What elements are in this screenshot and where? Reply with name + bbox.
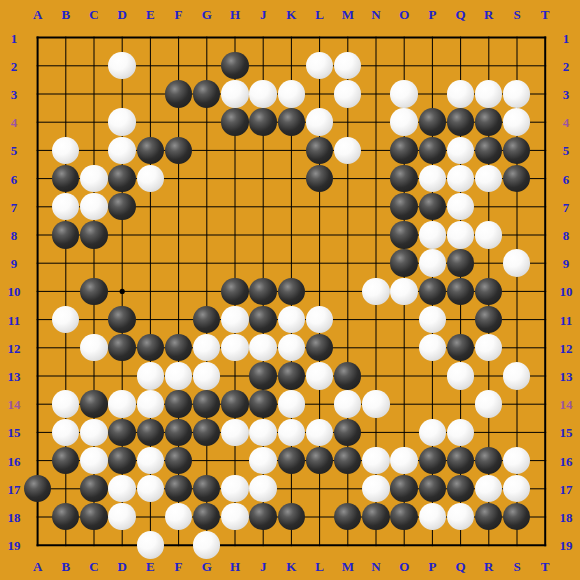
column-label-bottom-T: T [541,560,550,573]
row-label-left-11: 11 [8,313,20,326]
column-label-top-H: H [230,8,240,21]
stone-white-E13 [137,362,164,389]
row-label-right-11: 11 [560,313,572,326]
row-label-right-7: 7 [563,200,570,213]
stone-white-Q18 [447,503,474,530]
stone-black-J14 [249,390,276,417]
stone-white-Q3 [447,80,474,107]
stone-black-L6 [306,165,333,192]
stone-black-F14 [165,390,192,417]
stone-white-P18 [419,503,446,530]
stone-black-B8 [52,221,79,248]
stone-black-R5 [475,137,502,164]
row-label-left-2: 2 [11,59,18,72]
stone-white-S9 [503,249,530,276]
stone-white-D5 [108,137,135,164]
row-label-right-2: 2 [563,59,570,72]
stone-white-K3 [278,80,305,107]
stone-black-H10 [221,278,248,305]
stone-black-Q12 [447,334,474,361]
column-label-bottom-G: G [202,560,212,573]
stone-white-C15 [80,419,107,446]
stone-white-K14 [278,390,305,417]
stone-black-P16 [419,447,446,474]
row-label-right-12: 12 [560,341,573,354]
stone-black-D6 [108,165,135,192]
stone-black-J10 [249,278,276,305]
stone-white-J15 [249,419,276,446]
stone-black-S18 [503,503,530,530]
row-label-right-9: 9 [563,257,570,270]
column-label-top-E: E [146,8,155,21]
row-label-left-1: 1 [11,31,18,44]
row-label-right-8: 8 [563,229,570,242]
column-label-bottom-C: C [89,560,98,573]
column-label-top-P: P [428,8,436,21]
stone-black-G3 [193,80,220,107]
stone-black-Q9 [447,249,474,276]
stone-white-R8 [475,221,502,248]
stone-black-F17 [165,475,192,502]
stone-white-B15 [52,419,79,446]
stone-black-H2 [221,52,248,79]
stone-white-J17 [249,475,276,502]
stone-white-G13 [193,362,220,389]
row-label-right-19: 19 [560,539,573,552]
stone-black-G11 [193,306,220,333]
stone-black-G15 [193,419,220,446]
column-label-top-L: L [315,8,324,21]
stone-black-R10 [475,278,502,305]
stone-white-O16 [390,447,417,474]
stone-white-N17 [362,475,389,502]
stone-white-G12 [193,334,220,361]
stone-black-O9 [390,249,417,276]
stone-white-H17 [221,475,248,502]
stone-black-P17 [419,475,446,502]
row-label-left-8: 8 [11,229,18,242]
stone-white-D2 [108,52,135,79]
stone-black-C10 [80,278,107,305]
row-label-right-6: 6 [563,172,570,185]
row-label-right-15: 15 [560,426,573,439]
row-label-left-15: 15 [8,426,21,439]
stone-black-E12 [137,334,164,361]
stone-black-M13 [334,362,361,389]
stone-white-L11 [306,306,333,333]
stone-black-G14 [193,390,220,417]
stone-black-C18 [80,503,107,530]
stone-white-D18 [108,503,135,530]
column-label-bottom-B: B [61,560,70,573]
stone-white-J3 [249,80,276,107]
row-label-left-16: 16 [8,454,21,467]
stone-black-O18 [390,503,417,530]
row-label-left-6: 6 [11,172,18,185]
stone-white-D14 [108,390,135,417]
stone-white-L15 [306,419,333,446]
row-label-right-4: 4 [563,116,570,129]
stone-white-C12 [80,334,107,361]
stone-white-L4 [306,108,333,135]
column-label-bottom-A: A [33,560,42,573]
stone-white-H18 [221,503,248,530]
stone-black-B6 [52,165,79,192]
stone-white-S17 [503,475,530,502]
stone-white-Q15 [447,419,474,446]
stone-black-K18 [278,503,305,530]
stone-white-J12 [249,334,276,361]
stone-black-D7 [108,193,135,220]
stone-black-J18 [249,503,276,530]
stone-black-Q10 [447,278,474,305]
stone-white-F18 [165,503,192,530]
column-label-top-R: R [484,8,493,21]
stone-black-M15 [334,419,361,446]
column-label-bottom-E: E [146,560,155,573]
stone-black-C14 [80,390,107,417]
stone-black-O6 [390,165,417,192]
row-label-right-17: 17 [560,482,573,495]
stone-white-P15 [419,419,446,446]
row-label-right-5: 5 [563,144,570,157]
stone-white-M14 [334,390,361,417]
stone-white-F13 [165,362,192,389]
row-label-left-14: 14 [8,398,21,411]
row-label-right-3: 3 [563,88,570,101]
row-label-left-12: 12 [8,341,21,354]
stone-white-P9 [419,249,446,276]
stone-black-E5 [137,137,164,164]
stone-black-D15 [108,419,135,446]
stone-black-J4 [249,108,276,135]
stone-white-S4 [503,108,530,135]
column-label-top-N: N [371,8,380,21]
stone-black-P5 [419,137,446,164]
stone-white-E6 [137,165,164,192]
column-label-bottom-F: F [175,560,183,573]
stone-black-H4 [221,108,248,135]
column-label-bottom-P: P [428,560,436,573]
stone-black-F16 [165,447,192,474]
column-label-bottom-L: L [315,560,324,573]
stone-white-P8 [419,221,446,248]
stone-black-O17 [390,475,417,502]
stone-black-M18 [334,503,361,530]
stone-black-G18 [193,503,220,530]
row-label-right-14: 14 [560,398,573,411]
stone-black-J13 [249,362,276,389]
stone-black-C8 [80,221,107,248]
stone-white-C6 [80,165,107,192]
stone-black-L16 [306,447,333,474]
stone-black-G17 [193,475,220,502]
stone-white-C16 [80,447,107,474]
row-label-left-17: 17 [8,482,21,495]
stone-white-Q5 [447,137,474,164]
column-label-top-T: T [541,8,550,21]
column-label-top-G: G [202,8,212,21]
stone-white-Q8 [447,221,474,248]
column-label-top-A: A [33,8,42,21]
row-label-left-10: 10 [8,285,21,298]
stone-white-B11 [52,306,79,333]
stone-white-E17 [137,475,164,502]
stone-white-O10 [390,278,417,305]
stone-black-E15 [137,419,164,446]
stone-white-L2 [306,52,333,79]
row-label-left-5: 5 [11,144,18,157]
column-label-top-C: C [89,8,98,21]
stone-black-Q17 [447,475,474,502]
stone-black-F5 [165,137,192,164]
stone-black-F15 [165,419,192,446]
stone-black-R16 [475,447,502,474]
column-label-bottom-N: N [371,560,380,573]
column-label-bottom-K: K [286,560,296,573]
stone-white-S13 [503,362,530,389]
stone-white-H3 [221,80,248,107]
row-label-left-3: 3 [11,88,18,101]
column-label-bottom-S: S [513,560,520,573]
stone-black-O8 [390,221,417,248]
column-label-bottom-H: H [230,560,240,573]
stone-white-S3 [503,80,530,107]
stone-black-L12 [306,334,333,361]
row-label-left-13: 13 [8,370,21,383]
row-label-left-4: 4 [11,116,18,129]
stone-white-M2 [334,52,361,79]
stone-white-K11 [278,306,305,333]
stone-white-K12 [278,334,305,361]
stone-black-D16 [108,447,135,474]
row-label-left-9: 9 [11,257,18,270]
stone-black-D11 [108,306,135,333]
stone-white-L13 [306,362,333,389]
stone-black-L5 [306,137,333,164]
stone-black-C17 [80,475,107,502]
stone-black-S6 [503,165,530,192]
stone-white-B7 [52,193,79,220]
column-label-bottom-Q: Q [456,560,466,573]
stone-black-R11 [475,306,502,333]
row-label-right-16: 16 [560,454,573,467]
stone-black-M16 [334,447,361,474]
column-label-top-J: J [260,8,267,21]
stone-black-F3 [165,80,192,107]
stone-black-S5 [503,137,530,164]
go-board-app: AABBCCDDEEFFGGHHJJKKLLMMNNOOPPQQRRSSTT11… [0,0,580,580]
stone-white-P6 [419,165,446,192]
stone-white-P11 [419,306,446,333]
stone-white-B5 [52,137,79,164]
stone-white-B14 [52,390,79,417]
stone-white-R3 [475,80,502,107]
stone-black-Q4 [447,108,474,135]
stone-white-J16 [249,447,276,474]
stone-black-F12 [165,334,192,361]
column-label-top-F: F [175,8,183,21]
stone-white-N14 [362,390,389,417]
stone-white-R6 [475,165,502,192]
row-label-right-1: 1 [563,31,570,44]
row-label-right-13: 13 [560,370,573,383]
stone-white-H11 [221,306,248,333]
row-label-right-18: 18 [560,511,573,524]
stone-white-R17 [475,475,502,502]
stone-white-H15 [221,419,248,446]
stone-black-A17 [24,475,51,502]
column-label-bottom-O: O [399,560,409,573]
stone-white-M3 [334,80,361,107]
stone-black-O5 [390,137,417,164]
stone-white-C7 [80,193,107,220]
stone-white-H12 [221,334,248,361]
stone-black-H14 [221,390,248,417]
row-label-right-10: 10 [560,285,573,298]
column-label-top-Q: Q [456,8,466,21]
stone-black-O7 [390,193,417,220]
stone-white-R14 [475,390,502,417]
column-label-bottom-J: J [260,560,267,573]
stone-black-K10 [278,278,305,305]
stone-white-D17 [108,475,135,502]
row-label-left-18: 18 [8,511,21,524]
stone-black-B18 [52,503,79,530]
stone-white-N10 [362,278,389,305]
stone-black-K4 [278,108,305,135]
column-label-top-O: O [399,8,409,21]
stone-white-D4 [108,108,135,135]
stone-white-K15 [278,419,305,446]
stone-black-P4 [419,108,446,135]
column-label-top-K: K [286,8,296,21]
stone-black-P10 [419,278,446,305]
stone-black-D12 [108,334,135,361]
stone-black-R18 [475,503,502,530]
column-label-bottom-M: M [342,560,354,573]
stone-black-K16 [278,447,305,474]
column-label-bottom-R: R [484,560,493,573]
stone-black-K13 [278,362,305,389]
stone-white-M5 [334,137,361,164]
stone-white-N16 [362,447,389,474]
stone-black-P7 [419,193,446,220]
stone-black-R4 [475,108,502,135]
column-label-top-S: S [513,8,520,21]
column-label-top-M: M [342,8,354,21]
row-label-left-7: 7 [11,200,18,213]
stone-white-Q7 [447,193,474,220]
stone-black-Q16 [447,447,474,474]
stone-white-S16 [503,447,530,474]
stone-white-E16 [137,447,164,474]
column-label-top-D: D [117,8,126,21]
stone-white-O4 [390,108,417,135]
column-label-bottom-D: D [117,560,126,573]
stone-white-G19 [193,531,220,558]
stone-black-B16 [52,447,79,474]
stone-white-Q6 [447,165,474,192]
stone-black-N18 [362,503,389,530]
go-board-intersections[interactable] [24,24,560,560]
stone-white-P12 [419,334,446,361]
stone-white-E19 [137,531,164,558]
row-label-left-19: 19 [8,539,21,552]
stone-white-O3 [390,80,417,107]
stone-black-J11 [249,306,276,333]
stone-white-Q13 [447,362,474,389]
stone-white-E14 [137,390,164,417]
stone-white-R12 [475,334,502,361]
column-label-top-B: B [61,8,70,21]
